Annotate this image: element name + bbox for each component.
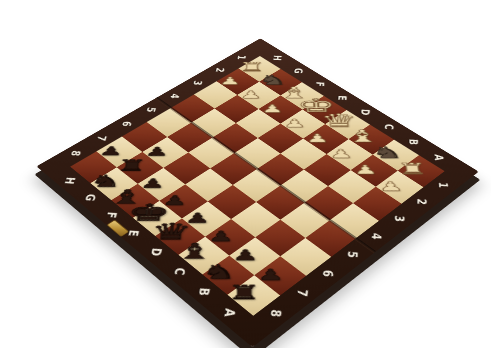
label-rank-1-right: 1: [435, 179, 452, 192]
square-e6[interactable]: [185, 168, 233, 201]
label-file-b-bottom: B: [194, 284, 215, 300]
square-b8[interactable]: [202, 256, 254, 295]
label-rank-3-left: 3: [189, 78, 206, 88]
label-rank-7-left: 7: [92, 133, 111, 145]
label-file-c-bottom: C: [170, 264, 191, 279]
square-a2[interactable]: [376, 171, 424, 204]
label-rank-2-left: 2: [212, 65, 229, 75]
square-d7[interactable]: [182, 201, 231, 236]
photo-background: { "game": "chess", "scene": "overhead-an…: [0, 0, 491, 348]
label-file-e-top: E: [335, 93, 351, 104]
white-knight-glyph: ♞: [371, 145, 404, 161]
label-file-d-bottom: D: [146, 245, 167, 260]
label-file-a-bottom: A: [220, 305, 241, 321]
label-rank-3-right: 3: [391, 212, 409, 226]
square-a7[interactable]: [254, 256, 306, 295]
white-pawn-glyph: ♟: [283, 118, 306, 129]
label-file-a-top: A: [431, 152, 448, 164]
label-rank-6-left: 6: [118, 118, 137, 129]
label-rank-4-right: 4: [368, 229, 386, 243]
white-pawn-glyph: ♟: [261, 103, 284, 114]
black-pawn-glyph: ♟: [144, 146, 169, 158]
square-b6[interactable]: [255, 220, 305, 257]
square-c7[interactable]: [205, 219, 255, 256]
white-pawn-glyph: ♟: [219, 76, 241, 86]
square-a5[interactable]: [305, 220, 355, 257]
square-b3[interactable]: [328, 170, 376, 203]
white-pawn-glyph: ♟: [240, 89, 262, 100]
label-file-h-bottom: H: [60, 174, 80, 187]
square-a3[interactable]: [353, 187, 402, 221]
label-file-h-top: H: [270, 53, 286, 63]
square-a8[interactable]: [227, 275, 280, 316]
square-d6[interactable]: [208, 185, 256, 219]
label-rank-6-right: 6: [319, 266, 338, 281]
square-d5[interactable]: [233, 169, 281, 202]
white-bishop-glyph: ♝: [345, 128, 380, 145]
square-c4[interactable]: [280, 170, 328, 203]
label-rank-5-right: 5: [344, 247, 363, 262]
square-c8[interactable]: [178, 237, 229, 275]
square-c6[interactable]: [231, 202, 280, 237]
square-b5[interactable]: [280, 203, 329, 238]
label-rank-2-right: 2: [414, 195, 431, 208]
white-pawn-glyph: ♟: [306, 133, 330, 145]
label-file-c-top: C: [381, 121, 397, 132]
label-rank-5-left: 5: [142, 104, 160, 115]
label-file-d-top: D: [358, 107, 374, 118]
square-b4[interactable]: [305, 186, 353, 220]
label-rank-8-right: 8: [266, 305, 287, 321]
white-pawn-glyph: ♟: [329, 148, 354, 160]
label-file-f-top: F: [312, 79, 328, 89]
label-rank-8-left: 8: [66, 147, 86, 159]
label-file-g-top: G: [291, 66, 307, 76]
black-pawn-glyph: ♟: [98, 145, 123, 157]
square-e8[interactable]: [133, 201, 182, 236]
square-c5[interactable]: [256, 186, 304, 220]
label-file-g-bottom: G: [81, 191, 101, 204]
chess-set-photo: HHGGFFEEDDCCBBAA1122334455667788 ♜♞♝♛♚♝♞…: [0, 0, 491, 348]
square-d8[interactable]: [155, 218, 205, 254]
square-a4[interactable]: [330, 203, 379, 238]
label-rank-4-left: 4: [166, 91, 184, 102]
chess-board: HHGGFFEEDDCCBBAA1122334455667788 ♜♞♝♛♚♝♞…: [36, 38, 478, 347]
label-rank-7-right: 7: [293, 285, 313, 301]
square-a6[interactable]: [280, 238, 331, 276]
brass-clasp[interactable]: [106, 220, 129, 238]
label-file-b-top: B: [406, 136, 422, 148]
square-b7[interactable]: [229, 237, 280, 275]
square-f7[interactable]: [138, 168, 185, 201]
